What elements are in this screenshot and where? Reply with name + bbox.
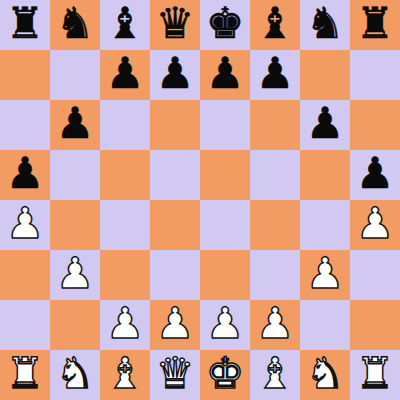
- square-g7[interactable]: [300, 50, 350, 100]
- square-e3[interactable]: [200, 250, 250, 300]
- square-c7[interactable]: ♟: [100, 50, 150, 100]
- square-h2[interactable]: [350, 300, 400, 350]
- square-g8[interactable]: ♞: [300, 0, 350, 50]
- square-d2[interactable]: ♟: [150, 300, 200, 350]
- piece-white-bishop[interactable]: ♝: [256, 348, 295, 398]
- piece-black-bishop[interactable]: ♝: [256, 0, 295, 48]
- piece-black-pawn[interactable]: ♟: [156, 48, 195, 98]
- square-a5[interactable]: ♟: [0, 150, 50, 200]
- square-d7[interactable]: ♟: [150, 50, 200, 100]
- square-g3[interactable]: ♟: [300, 250, 350, 300]
- square-b3[interactable]: ♟: [50, 250, 100, 300]
- square-a3[interactable]: [0, 250, 50, 300]
- square-g1[interactable]: ♞: [300, 350, 350, 400]
- piece-black-pawn[interactable]: ♟: [356, 148, 395, 198]
- piece-white-knight[interactable]: ♞: [56, 348, 95, 398]
- square-b8[interactable]: ♞: [50, 0, 100, 50]
- square-b6[interactable]: ♟: [50, 100, 100, 150]
- piece-black-rook[interactable]: ♜: [356, 0, 395, 48]
- piece-black-rook[interactable]: ♜: [6, 0, 45, 48]
- piece-white-pawn[interactable]: ♟: [356, 198, 395, 248]
- square-e7[interactable]: ♟: [200, 50, 250, 100]
- piece-black-king[interactable]: ♚: [206, 0, 245, 48]
- piece-white-pawn[interactable]: ♟: [6, 198, 45, 248]
- piece-black-pawn[interactable]: ♟: [56, 98, 95, 148]
- square-f4[interactable]: [250, 200, 300, 250]
- piece-white-pawn[interactable]: ♟: [156, 298, 195, 348]
- piece-white-pawn[interactable]: ♟: [206, 298, 245, 348]
- square-d4[interactable]: [150, 200, 200, 250]
- square-g4[interactable]: [300, 200, 350, 250]
- square-d1[interactable]: ♛: [150, 350, 200, 400]
- square-f6[interactable]: [250, 100, 300, 150]
- piece-black-pawn[interactable]: ♟: [6, 148, 45, 198]
- square-h6[interactable]: [350, 100, 400, 150]
- piece-white-rook[interactable]: ♜: [356, 348, 395, 398]
- square-c1[interactable]: ♝: [100, 350, 150, 400]
- piece-black-pawn[interactable]: ♟: [206, 48, 245, 98]
- square-c2[interactable]: ♟: [100, 300, 150, 350]
- square-b1[interactable]: ♞: [50, 350, 100, 400]
- square-b7[interactable]: [50, 50, 100, 100]
- square-c6[interactable]: [100, 100, 150, 150]
- square-d3[interactable]: [150, 250, 200, 300]
- square-e2[interactable]: ♟: [200, 300, 250, 350]
- square-a2[interactable]: [0, 300, 50, 350]
- square-a7[interactable]: [0, 50, 50, 100]
- square-g2[interactable]: [300, 300, 350, 350]
- piece-white-knight[interactable]: ♞: [306, 348, 345, 398]
- square-e4[interactable]: [200, 200, 250, 250]
- square-c5[interactable]: [100, 150, 150, 200]
- piece-black-pawn[interactable]: ♟: [106, 48, 145, 98]
- piece-white-pawn[interactable]: ♟: [256, 298, 295, 348]
- piece-white-bishop[interactable]: ♝: [106, 348, 145, 398]
- piece-black-queen[interactable]: ♛: [156, 0, 195, 48]
- square-g6[interactable]: ♟: [300, 100, 350, 150]
- piece-black-bishop[interactable]: ♝: [106, 0, 145, 48]
- square-a4[interactable]: ♟: [0, 200, 50, 250]
- square-h8[interactable]: ♜: [350, 0, 400, 50]
- square-e5[interactable]: [200, 150, 250, 200]
- piece-white-pawn[interactable]: ♟: [306, 248, 345, 298]
- square-h3[interactable]: [350, 250, 400, 300]
- square-c3[interactable]: [100, 250, 150, 300]
- square-b4[interactable]: [50, 200, 100, 250]
- piece-black-knight[interactable]: ♞: [306, 0, 345, 48]
- square-f3[interactable]: [250, 250, 300, 300]
- square-e6[interactable]: [200, 100, 250, 150]
- square-a6[interactable]: [0, 100, 50, 150]
- chess-board: ♜♞♝♛♚♝♞♜♟♟♟♟♟♟♟♟♟♟♟♟♟♟♟♟♜♞♝♛♚♝♞♜: [0, 0, 400, 400]
- square-a1[interactable]: ♜: [0, 350, 50, 400]
- piece-white-queen[interactable]: ♛: [156, 348, 195, 398]
- square-h7[interactable]: [350, 50, 400, 100]
- piece-white-rook[interactable]: ♜: [6, 348, 45, 398]
- square-g5[interactable]: [300, 150, 350, 200]
- piece-white-king[interactable]: ♚: [206, 348, 245, 398]
- square-f1[interactable]: ♝: [250, 350, 300, 400]
- square-f2[interactable]: ♟: [250, 300, 300, 350]
- piece-black-knight[interactable]: ♞: [56, 0, 95, 48]
- square-h1[interactable]: ♜: [350, 350, 400, 400]
- piece-white-pawn[interactable]: ♟: [56, 248, 95, 298]
- piece-black-pawn[interactable]: ♟: [306, 98, 345, 148]
- square-c8[interactable]: ♝: [100, 0, 150, 50]
- piece-black-pawn[interactable]: ♟: [256, 48, 295, 98]
- square-f5[interactable]: [250, 150, 300, 200]
- square-e8[interactable]: ♚: [200, 0, 250, 50]
- square-f8[interactable]: ♝: [250, 0, 300, 50]
- square-f7[interactable]: ♟: [250, 50, 300, 100]
- square-b5[interactable]: [50, 150, 100, 200]
- square-e1[interactable]: ♚: [200, 350, 250, 400]
- square-h5[interactable]: ♟: [350, 150, 400, 200]
- square-d8[interactable]: ♛: [150, 0, 200, 50]
- square-h4[interactable]: ♟: [350, 200, 400, 250]
- square-d6[interactable]: [150, 100, 200, 150]
- piece-white-pawn[interactable]: ♟: [106, 298, 145, 348]
- square-c4[interactable]: [100, 200, 150, 250]
- square-b2[interactable]: [50, 300, 100, 350]
- square-d5[interactable]: [150, 150, 200, 200]
- square-a8[interactable]: ♜: [0, 0, 50, 50]
